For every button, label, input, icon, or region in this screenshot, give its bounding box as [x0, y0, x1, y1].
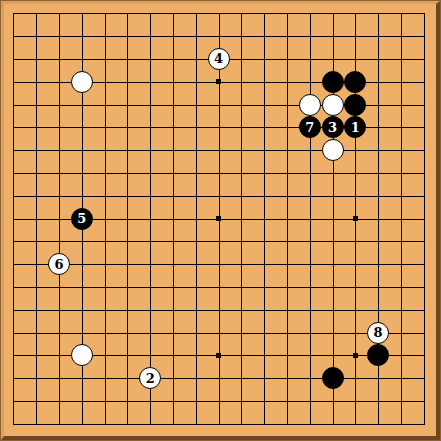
stone-number: 2 [146, 372, 155, 385]
stone-white[interactable] [71, 71, 93, 93]
stone-number: 7 [305, 121, 314, 134]
stone-white-move-8[interactable]: 8 [367, 322, 389, 344]
star-point [353, 216, 358, 221]
stone-white[interactable] [322, 94, 344, 116]
stone-white-move-2[interactable]: 2 [139, 367, 161, 389]
stone-black-move-5[interactable]: 5 [71, 208, 93, 230]
stone-number: 8 [374, 326, 383, 339]
stone-black[interactable] [367, 344, 389, 366]
stone-number: 6 [54, 258, 63, 271]
stone-black-move-3[interactable]: 3 [322, 116, 344, 138]
stone-number: 1 [351, 121, 360, 134]
stone-white[interactable] [322, 139, 344, 161]
stone-black[interactable] [322, 367, 344, 389]
stone-black[interactable] [322, 71, 344, 93]
stone-black-move-1[interactable]: 1 [344, 116, 366, 138]
stone-white-move-6[interactable]: 6 [48, 253, 70, 275]
stone-number: 5 [77, 212, 86, 225]
stone-black-move-7[interactable]: 7 [299, 116, 321, 138]
star-point [216, 79, 221, 84]
stone-white-move-4[interactable]: 4 [208, 48, 230, 70]
stone-black[interactable] [344, 71, 366, 93]
stones-layer: 12345678 [2, 2, 435, 435]
star-point [216, 353, 221, 358]
star-point [353, 353, 358, 358]
stone-number: 4 [214, 52, 223, 65]
stone-white[interactable] [299, 94, 321, 116]
go-board: 12345678 [0, 0, 441, 441]
stone-black[interactable] [344, 94, 366, 116]
star-point [216, 216, 221, 221]
stone-white[interactable] [71, 344, 93, 366]
stone-number: 3 [328, 121, 337, 134]
